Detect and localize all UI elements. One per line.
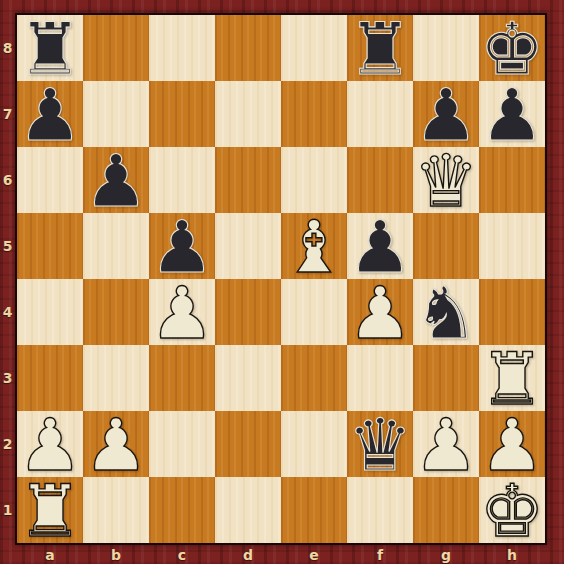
square-d4[interactable]	[215, 279, 281, 345]
square-h2[interactable]: ♟	[479, 411, 545, 477]
square-c8[interactable]	[149, 15, 215, 81]
square-g7[interactable]: ♟	[413, 81, 479, 147]
square-c7[interactable]	[149, 81, 215, 147]
black-pawn[interactable]: ♟	[18, 79, 83, 151]
square-f4[interactable]: ♟	[347, 279, 413, 345]
square-c6[interactable]	[149, 147, 215, 213]
black-queen[interactable]: ♛	[348, 409, 413, 481]
rank-label-5: 5	[0, 213, 15, 279]
square-c1[interactable]	[149, 477, 215, 543]
chess-diagram: 87654321 ♜♜♚♟♟♟♟♛♟♝♟♟♟♞♜♟♟♛♟♟♜♚ abcdefgh	[0, 0, 564, 564]
square-f8[interactable]: ♜	[347, 15, 413, 81]
square-a3[interactable]	[17, 345, 83, 411]
board-frame: ♜♜♚♟♟♟♟♛♟♝♟♟♟♞♜♟♟♛♟♟♜♚	[15, 13, 547, 545]
square-c5[interactable]: ♟	[149, 213, 215, 279]
file-label-g: g	[413, 545, 479, 564]
black-pawn[interactable]: ♟	[480, 79, 545, 151]
square-b7[interactable]	[83, 81, 149, 147]
square-d8[interactable]	[215, 15, 281, 81]
black-pawn[interactable]: ♟	[84, 145, 149, 217]
rank-label-8: 8	[0, 15, 15, 81]
square-a4[interactable]	[17, 279, 83, 345]
square-c2[interactable]	[149, 411, 215, 477]
rank-label-7: 7	[0, 81, 15, 147]
square-a7[interactable]: ♟	[17, 81, 83, 147]
square-d5[interactable]	[215, 213, 281, 279]
square-h8[interactable]: ♚	[479, 15, 545, 81]
white-pawn[interactable]: ♟	[414, 409, 479, 481]
rank-label-2: 2	[0, 411, 15, 477]
white-bishop[interactable]: ♝	[282, 211, 347, 283]
square-g6[interactable]: ♛	[413, 147, 479, 213]
square-a5[interactable]	[17, 213, 83, 279]
square-e6[interactable]	[281, 147, 347, 213]
black-rook[interactable]: ♜	[348, 13, 413, 85]
square-e3[interactable]	[281, 345, 347, 411]
square-e1[interactable]	[281, 477, 347, 543]
rank-label-1: 1	[0, 477, 15, 543]
square-g8[interactable]	[413, 15, 479, 81]
square-b6[interactable]: ♟	[83, 147, 149, 213]
file-label-b: b	[83, 545, 149, 564]
white-king[interactable]: ♚	[480, 475, 545, 547]
square-d6[interactable]	[215, 147, 281, 213]
black-knight[interactable]: ♞	[414, 277, 479, 349]
square-c4[interactable]: ♟	[149, 279, 215, 345]
square-e8[interactable]	[281, 15, 347, 81]
file-label-h: h	[479, 545, 545, 564]
square-d3[interactable]	[215, 345, 281, 411]
square-e2[interactable]	[281, 411, 347, 477]
rank-label-4: 4	[0, 279, 15, 345]
square-b2[interactable]: ♟	[83, 411, 149, 477]
square-h7[interactable]: ♟	[479, 81, 545, 147]
square-d1[interactable]	[215, 477, 281, 543]
white-pawn[interactable]: ♟	[348, 277, 413, 349]
white-rook[interactable]: ♜	[18, 475, 83, 547]
square-d7[interactable]	[215, 81, 281, 147]
square-g2[interactable]: ♟	[413, 411, 479, 477]
rank-label-3: 3	[0, 345, 15, 411]
square-f6[interactable]	[347, 147, 413, 213]
square-a1[interactable]: ♜	[17, 477, 83, 543]
square-b8[interactable]	[83, 15, 149, 81]
white-pawn[interactable]: ♟	[150, 277, 215, 349]
square-e5[interactable]: ♝	[281, 213, 347, 279]
square-f5[interactable]: ♟	[347, 213, 413, 279]
square-a8[interactable]: ♜	[17, 15, 83, 81]
file-labels: abcdefgh	[17, 545, 545, 564]
square-a2[interactable]: ♟	[17, 411, 83, 477]
rank-label-6: 6	[0, 147, 15, 213]
square-h1[interactable]: ♚	[479, 477, 545, 543]
white-pawn[interactable]: ♟	[84, 409, 149, 481]
file-label-e: e	[281, 545, 347, 564]
file-label-d: d	[215, 545, 281, 564]
square-h3[interactable]: ♜	[479, 345, 545, 411]
square-g4[interactable]: ♞	[413, 279, 479, 345]
chess-board: ♜♜♚♟♟♟♟♛♟♝♟♟♟♞♜♟♟♛♟♟♜♚	[17, 15, 545, 543]
file-label-f: f	[347, 545, 413, 564]
square-e7[interactable]	[281, 81, 347, 147]
square-b4[interactable]	[83, 279, 149, 345]
square-b3[interactable]	[83, 345, 149, 411]
square-h4[interactable]	[479, 279, 545, 345]
rank-labels: 87654321	[0, 15, 15, 543]
file-label-a: a	[17, 545, 83, 564]
square-d2[interactable]	[215, 411, 281, 477]
square-f2[interactable]: ♛	[347, 411, 413, 477]
file-label-c: c	[149, 545, 215, 564]
square-h5[interactable]	[479, 213, 545, 279]
white-queen[interactable]: ♛	[414, 145, 479, 217]
